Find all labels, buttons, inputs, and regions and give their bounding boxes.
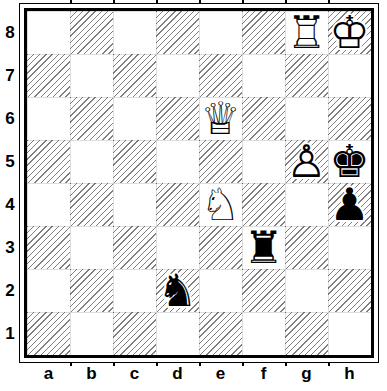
square-a8[interactable]	[27, 11, 70, 54]
square-g1[interactable]	[285, 312, 328, 355]
square-f8[interactable]	[242, 11, 285, 54]
rank-label-7: 7	[0, 54, 20, 97]
square-b8[interactable]	[70, 11, 113, 54]
square-a1[interactable]	[27, 312, 70, 355]
square-e4[interactable]: ♞♘	[199, 183, 242, 226]
white-rook-icon: ♖	[285, 11, 328, 54]
white-rook-piece[interactable]: ♜♖	[285, 11, 328, 54]
square-g8[interactable]: ♜♖	[285, 11, 328, 54]
file-label-d: d	[156, 361, 199, 387]
frame-tick	[199, 0, 201, 3]
square-a4[interactable]	[27, 183, 70, 226]
square-c6[interactable]	[113, 97, 156, 140]
square-f1[interactable]	[242, 312, 285, 355]
square-d6[interactable]	[156, 97, 199, 140]
square-d1[interactable]	[156, 312, 199, 355]
white-queen-piece[interactable]: ♛♕	[199, 97, 242, 140]
frame-tick	[285, 0, 287, 3]
white-knight-icon: ♘	[199, 183, 242, 226]
square-b3[interactable]	[70, 226, 113, 269]
square-e8[interactable]	[199, 11, 242, 54]
square-g5[interactable]: ♟♙	[285, 140, 328, 183]
file-label-a: a	[27, 361, 70, 387]
square-f7[interactable]	[242, 54, 285, 97]
square-d2[interactable]: ♞♞	[156, 269, 199, 312]
square-h5[interactable]: ♚♚	[328, 140, 371, 183]
black-pawn-piece[interactable]: ♟♟	[328, 183, 371, 226]
square-b7[interactable]	[70, 54, 113, 97]
black-rook-piece[interactable]: ♜♜	[242, 226, 285, 269]
frame-tick	[113, 0, 115, 3]
black-king-piece[interactable]: ♚♚	[328, 140, 371, 183]
square-d3[interactable]	[156, 226, 199, 269]
frame-tick	[328, 0, 330, 3]
frame-tick	[156, 0, 158, 3]
square-d7[interactable]	[156, 54, 199, 97]
file-label-g: g	[285, 361, 328, 387]
rank-label-8: 8	[0, 11, 20, 54]
square-a5[interactable]	[27, 140, 70, 183]
square-c7[interactable]	[113, 54, 156, 97]
square-g4[interactable]	[285, 183, 328, 226]
square-a2[interactable]	[27, 269, 70, 312]
chess-diagram: 8 7 6 5 4 3 2 1 ♜♖♚♔♛♕♟♙♚♚♞♘♟♟♜♜♞♞ a b c…	[0, 0, 387, 391]
square-f4[interactable]	[242, 183, 285, 226]
black-pawn-icon: ♟	[328, 183, 371, 226]
square-c4[interactable]	[113, 183, 156, 226]
frame-tick	[70, 0, 72, 3]
square-f3[interactable]: ♜♜	[242, 226, 285, 269]
rank-label-2: 2	[0, 269, 20, 312]
square-d8[interactable]	[156, 11, 199, 54]
square-a7[interactable]	[27, 54, 70, 97]
rank-label-4: 4	[0, 183, 20, 226]
file-label-f: f	[242, 361, 285, 387]
square-f5[interactable]	[242, 140, 285, 183]
square-e2[interactable]	[199, 269, 242, 312]
square-e3[interactable]	[199, 226, 242, 269]
square-b4[interactable]	[70, 183, 113, 226]
black-rook-icon: ♜	[242, 226, 285, 269]
square-g2[interactable]	[285, 269, 328, 312]
file-label-e: e	[199, 361, 242, 387]
square-d5[interactable]	[156, 140, 199, 183]
rank-label-6: 6	[0, 97, 20, 140]
square-e6[interactable]: ♛♕	[199, 97, 242, 140]
white-knight-piece[interactable]: ♞♘	[199, 183, 242, 226]
square-b1[interactable]	[70, 312, 113, 355]
frame-tick	[242, 0, 244, 3]
square-e5[interactable]	[199, 140, 242, 183]
square-c1[interactable]	[113, 312, 156, 355]
white-king-piece[interactable]: ♚♔	[328, 11, 371, 54]
black-knight-icon: ♞	[156, 269, 199, 312]
square-a3[interactable]	[27, 226, 70, 269]
square-b6[interactable]	[70, 97, 113, 140]
square-c5[interactable]	[113, 140, 156, 183]
square-b5[interactable]	[70, 140, 113, 183]
square-g6[interactable]	[285, 97, 328, 140]
black-king-icon: ♚	[328, 140, 371, 183]
file-label-h: h	[328, 361, 371, 387]
square-a6[interactable]	[27, 97, 70, 140]
square-h8[interactable]: ♚♔	[328, 11, 371, 54]
white-king-icon: ♔	[328, 11, 371, 54]
square-h2[interactable]	[328, 269, 371, 312]
square-h1[interactable]	[328, 312, 371, 355]
square-g7[interactable]	[285, 54, 328, 97]
rank-label-1: 1	[0, 312, 20, 355]
chess-board: ♜♖♚♔♛♕♟♙♚♚♞♘♟♟♜♜♞♞	[24, 8, 374, 358]
square-c3[interactable]	[113, 226, 156, 269]
square-g3[interactable]	[285, 226, 328, 269]
rank-labels: 8 7 6 5 4 3 2 1	[0, 11, 20, 355]
square-h3[interactable]	[328, 226, 371, 269]
square-c8[interactable]	[113, 11, 156, 54]
file-label-b: b	[70, 361, 113, 387]
white-pawn-icon: ♙	[285, 140, 328, 183]
rank-label-3: 3	[0, 226, 20, 269]
square-d4[interactable]	[156, 183, 199, 226]
square-h7[interactable]	[328, 54, 371, 97]
square-e1[interactable]	[199, 312, 242, 355]
rank-label-5: 5	[0, 140, 20, 183]
square-b2[interactable]	[70, 269, 113, 312]
file-label-c: c	[113, 361, 156, 387]
square-c2[interactable]	[113, 269, 156, 312]
white-queen-icon: ♕	[199, 97, 242, 140]
square-h6[interactable]	[328, 97, 371, 140]
square-h4[interactable]: ♟♟	[328, 183, 371, 226]
white-pawn-piece[interactable]: ♟♙	[285, 140, 328, 183]
square-f6[interactable]	[242, 97, 285, 140]
square-e7[interactable]	[199, 54, 242, 97]
square-f2[interactable]	[242, 269, 285, 312]
black-knight-piece[interactable]: ♞♞	[156, 269, 199, 312]
file-labels: a b c d e f g h	[27, 361, 371, 387]
